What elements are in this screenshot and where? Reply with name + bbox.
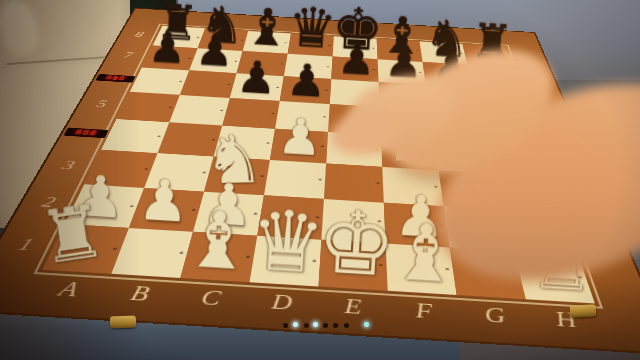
brass-hinge-right [570, 304, 597, 317]
black-pawn: ♟ [194, 28, 234, 72]
front-led-off [283, 323, 288, 328]
front-led-on [293, 322, 298, 327]
square-c6: ♟ [230, 73, 284, 101]
square-a4 [101, 119, 169, 153]
front-led-off [344, 323, 349, 328]
square-b6 [180, 70, 237, 98]
square-c1: ♝ [180, 232, 257, 282]
front-led-on [313, 322, 318, 327]
red-led-display-lower: 888 [63, 128, 109, 139]
file-label-D: D [244, 288, 318, 317]
square-e7: ♟ [331, 57, 378, 82]
brass-hinge-left [110, 316, 136, 329]
front-led-off [333, 323, 338, 328]
white-pawn: ♟ [276, 110, 324, 163]
file-label-E: E [317, 292, 389, 322]
front-led-off [304, 323, 309, 328]
front-led-off [323, 323, 328, 328]
black-pawn: ♟ [235, 53, 277, 100]
square-b7: ♟ [189, 48, 242, 73]
square-e1: ♚ [319, 240, 388, 291]
file-label-F: F [388, 297, 461, 327]
rank-label-7: 7 [108, 44, 148, 68]
white-bishop: ♝ [180, 199, 255, 281]
black-pawn: ♟ [285, 57, 327, 104]
chessboard-photo-scene: ♜♞♝♛♚♝♞♜♟♟♟♟♟♟♟♟♟♟♞♟♟♟♟♟♟♜♝♛♚♝♜ ABCDEFGH… [0, 0, 640, 360]
white-rook: ♜ [34, 194, 110, 276]
front-led-on [364, 322, 369, 327]
file-label-A: A [27, 275, 109, 304]
black-bishop: ♝ [242, 0, 291, 53]
square-d6: ♟ [280, 76, 332, 104]
white-pawn: ♟ [136, 171, 190, 231]
file-label-G: G [458, 301, 534, 331]
square-d1: ♛ [249, 236, 321, 287]
file-label-B: B [100, 280, 179, 309]
square-f1: ♝ [386, 244, 457, 295]
white-king: ♚ [314, 198, 398, 290]
square-d4: ♟ [270, 129, 328, 164]
black-pawn: ♟ [336, 37, 376, 81]
rank-label-6: 6 [94, 65, 136, 91]
file-label-C: C [172, 284, 249, 313]
